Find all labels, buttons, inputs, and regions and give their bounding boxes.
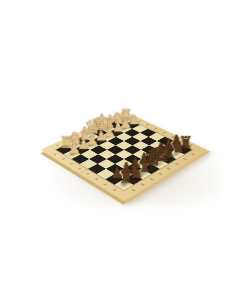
brown-rook-piece: ♜	[102, 168, 151, 186]
product-photo: ♜♞♝♛♚♝♞♜♟♟♟♟♟♟♟♟♟♟♟♟♟♟♟♟♜♞♝♛♚♝♞♜	[0, 0, 240, 303]
white-pawn-piece: ♟	[52, 141, 97, 155]
